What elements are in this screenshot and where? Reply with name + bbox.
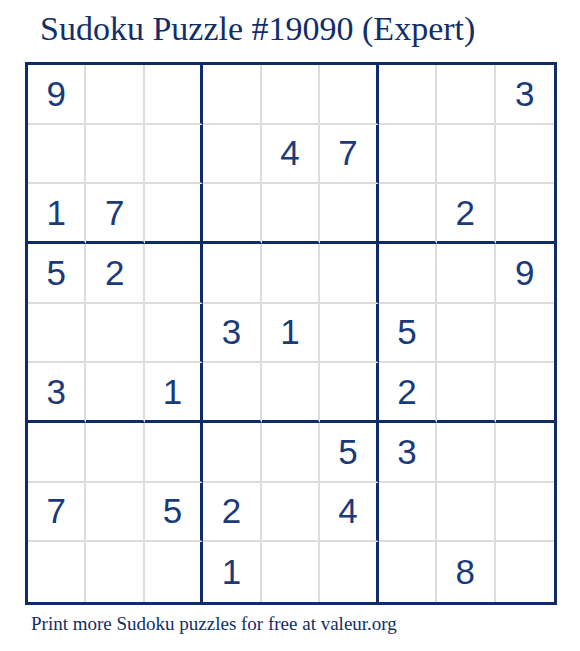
cell-r2c5: 4 <box>262 125 320 185</box>
cell-r9c8: 8 <box>437 542 495 602</box>
cell-r8c1: 7 <box>28 483 86 543</box>
cell-r8c7 <box>379 483 437 543</box>
cell-r9c9 <box>496 542 554 602</box>
cell-r8c9 <box>496 483 554 543</box>
cell-r7c3 <box>145 423 203 483</box>
cell-r8c2 <box>86 483 144 543</box>
cell-r9c1 <box>28 542 86 602</box>
cell-r4c6 <box>320 244 378 304</box>
cell-r1c8 <box>437 65 495 125</box>
cell-r4c2: 2 <box>86 244 144 304</box>
cell-r8c5 <box>262 483 320 543</box>
cell-r7c2 <box>86 423 144 483</box>
cell-r9c2 <box>86 542 144 602</box>
cell-r7c6: 5 <box>320 423 378 483</box>
cell-r1c1: 9 <box>28 65 86 125</box>
cell-r2c3 <box>145 125 203 185</box>
cell-r5c1 <box>28 304 86 364</box>
cell-r5c9 <box>496 304 554 364</box>
cell-r3c2: 7 <box>86 184 144 244</box>
cell-r5c8 <box>437 304 495 364</box>
cell-r7c1 <box>28 423 86 483</box>
cell-r1c3 <box>145 65 203 125</box>
cell-r6c8 <box>437 363 495 423</box>
cell-r8c3: 5 <box>145 483 203 543</box>
cell-r2c1 <box>28 125 86 185</box>
cell-r7c7: 3 <box>379 423 437 483</box>
cell-r4c7 <box>379 244 437 304</box>
cell-r6c5 <box>262 363 320 423</box>
cell-r3c9 <box>496 184 554 244</box>
cell-r6c1: 3 <box>28 363 86 423</box>
cell-r1c6 <box>320 65 378 125</box>
cell-r3c7 <box>379 184 437 244</box>
cell-r1c7 <box>379 65 437 125</box>
cell-r9c4: 1 <box>203 542 261 602</box>
cell-r5c3 <box>145 304 203 364</box>
cell-r2c8 <box>437 125 495 185</box>
cell-r3c3 <box>145 184 203 244</box>
cell-r9c6 <box>320 542 378 602</box>
cell-r4c9: 9 <box>496 244 554 304</box>
cell-r4c5 <box>262 244 320 304</box>
cell-r9c7 <box>379 542 437 602</box>
cell-r6c7: 2 <box>379 363 437 423</box>
cell-r3c6 <box>320 184 378 244</box>
cell-r7c9 <box>496 423 554 483</box>
cell-r2c2 <box>86 125 144 185</box>
cell-r2c6: 7 <box>320 125 378 185</box>
cell-r9c3 <box>145 542 203 602</box>
sudoku-page: Sudoku Puzzle #19090 (Expert) 9347172529… <box>0 0 580 651</box>
cell-r5c2 <box>86 304 144 364</box>
cell-r7c4 <box>203 423 261 483</box>
cell-r5c6 <box>320 304 378 364</box>
cell-r5c7: 5 <box>379 304 437 364</box>
cell-r9c5 <box>262 542 320 602</box>
cell-r4c4 <box>203 244 261 304</box>
cell-r8c6: 4 <box>320 483 378 543</box>
footer-text: Print more Sudoku puzzles for free at va… <box>31 613 397 635</box>
cell-r1c5 <box>262 65 320 125</box>
cell-r1c2 <box>86 65 144 125</box>
cell-r8c4: 2 <box>203 483 261 543</box>
cell-r7c8 <box>437 423 495 483</box>
cell-r4c8 <box>437 244 495 304</box>
cell-r1c9: 3 <box>496 65 554 125</box>
cell-r3c4 <box>203 184 261 244</box>
cell-r6c6 <box>320 363 378 423</box>
cell-r3c8: 2 <box>437 184 495 244</box>
cell-r2c4 <box>203 125 261 185</box>
page-title: Sudoku Puzzle #19090 (Expert) <box>40 9 475 48</box>
cell-r1c4 <box>203 65 261 125</box>
cell-r4c1: 5 <box>28 244 86 304</box>
cell-r2c9 <box>496 125 554 185</box>
cell-r4c3 <box>145 244 203 304</box>
cell-r2c7 <box>379 125 437 185</box>
cell-r6c2 <box>86 363 144 423</box>
cell-r5c5: 1 <box>262 304 320 364</box>
sudoku-board: 934717252931531253752418 <box>25 62 557 605</box>
cell-r5c4: 3 <box>203 304 261 364</box>
cell-r6c9 <box>496 363 554 423</box>
cell-r7c5 <box>262 423 320 483</box>
cell-r3c1: 1 <box>28 184 86 244</box>
cell-r6c4 <box>203 363 261 423</box>
cell-r8c8 <box>437 483 495 543</box>
cell-r6c3: 1 <box>145 363 203 423</box>
cell-r3c5 <box>262 184 320 244</box>
